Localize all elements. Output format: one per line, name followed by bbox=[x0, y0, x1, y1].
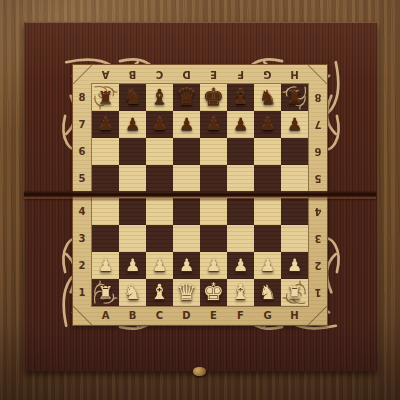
square-f1[interactable]: ♝ bbox=[227, 279, 254, 306]
board-bottom-half: ♟♟♟♟♟♟♟♟ ♜♞♝♛♚♝♞ ♜ bbox=[92, 198, 308, 306]
file-label-g: G bbox=[254, 66, 281, 82]
black-pawn-b7[interactable]: ♟ bbox=[125, 111, 140, 138]
black-rook-a8[interactable]: ♜ bbox=[97, 84, 113, 111]
white-pawn-a2[interactable]: ♟ bbox=[98, 252, 113, 279]
square-h4[interactable] bbox=[281, 198, 308, 225]
square-b1[interactable]: ♞ bbox=[119, 279, 146, 306]
file-labels-bottom: ABCDEFGH bbox=[92, 308, 308, 324]
file-label-a: A bbox=[92, 66, 119, 82]
black-king-e8[interactable]: ♚ bbox=[203, 84, 225, 111]
square-c5[interactable] bbox=[146, 165, 173, 192]
square-e1[interactable]: ♚ bbox=[200, 279, 227, 306]
rank-label-1: 1 bbox=[74, 279, 90, 306]
file-label-d: D bbox=[173, 66, 200, 82]
file-label-d: D bbox=[173, 308, 200, 324]
white-rook-a1[interactable]: ♜ bbox=[97, 279, 113, 306]
file-label-g: G bbox=[254, 308, 281, 324]
white-pawn-c2[interactable]: ♟ bbox=[152, 252, 167, 279]
white-knight-b1[interactable]: ♞ bbox=[124, 279, 142, 306]
square-a1[interactable]: ♜ bbox=[92, 279, 119, 306]
square-e6[interactable] bbox=[200, 138, 227, 165]
square-d5[interactable] bbox=[173, 165, 200, 192]
file-label-c: C bbox=[146, 66, 173, 82]
square-c4[interactable] bbox=[146, 198, 173, 225]
square-g5[interactable] bbox=[254, 165, 281, 192]
rank-label-3: 3 bbox=[74, 225, 90, 252]
frame-miter-joint bbox=[73, 306, 92, 325]
square-e3[interactable] bbox=[200, 225, 227, 252]
square-e7[interactable]: ♟ bbox=[200, 111, 227, 138]
square-f2[interactable]: ♟ bbox=[227, 252, 254, 279]
square-e2[interactable]: ♟ bbox=[200, 252, 227, 279]
rank-label-2: 2 bbox=[310, 252, 326, 279]
square-g8[interactable]: ♞ bbox=[254, 84, 281, 111]
black-knight-g8[interactable]: ♞ bbox=[259, 84, 277, 111]
black-pawn-d7[interactable]: ♟ bbox=[179, 111, 194, 138]
white-knight-g1[interactable]: ♞ bbox=[259, 279, 277, 306]
square-e8[interactable]: ♚ bbox=[200, 84, 227, 111]
square-b7[interactable]: ♟ bbox=[119, 111, 146, 138]
square-d4[interactable] bbox=[173, 198, 200, 225]
square-a3[interactable] bbox=[92, 225, 119, 252]
square-d1[interactable]: ♛ bbox=[173, 279, 200, 306]
square-h3[interactable] bbox=[281, 225, 308, 252]
square-f3[interactable] bbox=[227, 225, 254, 252]
square-d7[interactable]: ♟ bbox=[173, 111, 200, 138]
white-queen-d1[interactable]: ♛ bbox=[176, 279, 197, 306]
square-h1[interactable]: ♜ bbox=[281, 279, 308, 306]
square-d2[interactable]: ♟ bbox=[173, 252, 200, 279]
white-pawn-e2[interactable]: ♟ bbox=[206, 252, 221, 279]
square-h5[interactable] bbox=[281, 165, 308, 192]
white-pawn-d2[interactable]: ♟ bbox=[179, 252, 194, 279]
square-f4[interactable] bbox=[227, 198, 254, 225]
black-pawn-g7[interactable]: ♟ bbox=[260, 111, 275, 138]
square-g4[interactable] bbox=[254, 198, 281, 225]
file-label-c: C bbox=[146, 308, 173, 324]
frame-miter-joint bbox=[308, 306, 327, 325]
square-a7[interactable]: ♟ bbox=[92, 111, 119, 138]
square-b2[interactable]: ♟ bbox=[119, 252, 146, 279]
file-label-f: F bbox=[227, 66, 254, 82]
black-bishop-f8[interactable]: ♝ bbox=[231, 84, 250, 111]
board-top-half: ♜♞♝♛♚♝♞ ♜♟♟♟♟♟♟♟♟ bbox=[92, 84, 308, 192]
square-g1[interactable]: ♞ bbox=[254, 279, 281, 306]
square-c2[interactable]: ♟ bbox=[146, 252, 173, 279]
white-pawn-h2[interactable]: ♟ bbox=[287, 252, 302, 279]
black-rook-h8[interactable]: ♜ bbox=[286, 84, 302, 111]
square-e4[interactable] bbox=[200, 198, 227, 225]
rank-label-1: 1 bbox=[310, 279, 326, 306]
frame-miter-joint bbox=[308, 65, 327, 84]
file-label-h: H bbox=[281, 66, 308, 82]
white-king-e1[interactable]: ♚ bbox=[203, 279, 225, 306]
square-a2[interactable]: ♟ bbox=[92, 252, 119, 279]
file-labels-top: ABCDEFGH bbox=[92, 66, 308, 82]
rank-label-5: 5 bbox=[74, 165, 90, 192]
white-pawn-g2[interactable]: ♟ bbox=[260, 252, 275, 279]
square-a4[interactable] bbox=[92, 198, 119, 225]
square-e5[interactable] bbox=[200, 165, 227, 192]
file-label-f: F bbox=[227, 308, 254, 324]
black-pawn-e7[interactable]: ♟ bbox=[206, 111, 221, 138]
white-rook-h1[interactable]: ♜ bbox=[286, 279, 302, 306]
white-pawn-b2[interactable]: ♟ bbox=[125, 252, 140, 279]
brass-clasp[interactable] bbox=[193, 367, 206, 376]
black-bishop-c8[interactable]: ♝ bbox=[150, 84, 169, 111]
square-f6[interactable] bbox=[227, 138, 254, 165]
square-c8[interactable]: ♝ bbox=[146, 84, 173, 111]
square-b6[interactable] bbox=[119, 138, 146, 165]
square-c3[interactable] bbox=[146, 225, 173, 252]
black-pawn-a7[interactable]: ♟ bbox=[98, 111, 113, 138]
black-queen-d8[interactable]: ♛ bbox=[176, 84, 197, 111]
square-g7[interactable]: ♟ bbox=[254, 111, 281, 138]
rank-label-7: 7 bbox=[310, 111, 326, 138]
square-b8[interactable]: ♞ bbox=[119, 84, 146, 111]
square-f5[interactable] bbox=[227, 165, 254, 192]
square-g6[interactable] bbox=[254, 138, 281, 165]
rank-label-4: 4 bbox=[74, 198, 90, 225]
square-d3[interactable] bbox=[173, 225, 200, 252]
white-pawn-f2[interactable]: ♟ bbox=[233, 252, 248, 279]
file-label-b: B bbox=[119, 308, 146, 324]
rank-label-6: 6 bbox=[74, 138, 90, 165]
rank-label-3: 3 bbox=[310, 225, 326, 252]
square-c7[interactable]: ♟ bbox=[146, 111, 173, 138]
square-h7[interactable]: ♟ bbox=[281, 111, 308, 138]
square-a5[interactable] bbox=[92, 165, 119, 192]
file-label-e: E bbox=[200, 308, 227, 324]
square-b3[interactable] bbox=[119, 225, 146, 252]
black-pawn-f7[interactable]: ♟ bbox=[233, 111, 248, 138]
square-f7[interactable]: ♟ bbox=[227, 111, 254, 138]
rank-label-8: 8 bbox=[74, 84, 90, 111]
fold-seam bbox=[24, 191, 376, 199]
square-h2[interactable]: ♟ bbox=[281, 252, 308, 279]
rank-label-2: 2 bbox=[74, 252, 90, 279]
black-pawn-c7[interactable]: ♟ bbox=[152, 111, 167, 138]
square-c1[interactable]: ♝ bbox=[146, 279, 173, 306]
square-a6[interactable] bbox=[92, 138, 119, 165]
square-b5[interactable] bbox=[119, 165, 146, 192]
file-label-a: A bbox=[92, 308, 119, 324]
square-g2[interactable]: ♟ bbox=[254, 252, 281, 279]
square-b4[interactable] bbox=[119, 198, 146, 225]
square-f8[interactable]: ♝ bbox=[227, 84, 254, 111]
file-label-e: E bbox=[200, 66, 227, 82]
rank-label-5: 5 bbox=[310, 165, 326, 192]
file-label-h: H bbox=[281, 308, 308, 324]
frame-miter-joint bbox=[73, 65, 92, 84]
file-label-b: B bbox=[119, 66, 146, 82]
square-g3[interactable] bbox=[254, 225, 281, 252]
square-d6[interactable] bbox=[173, 138, 200, 165]
black-knight-b8[interactable]: ♞ bbox=[124, 84, 142, 111]
white-bishop-c1[interactable]: ♝ bbox=[150, 279, 169, 306]
black-pawn-h7[interactable]: ♟ bbox=[287, 111, 302, 138]
rank-label-7: 7 bbox=[74, 111, 90, 138]
square-h8[interactable]: ♜ bbox=[281, 84, 308, 111]
square-h6[interactable] bbox=[281, 138, 308, 165]
rank-label-6: 6 bbox=[310, 138, 326, 165]
white-bishop-f1[interactable]: ♝ bbox=[231, 279, 250, 306]
square-c6[interactable] bbox=[146, 138, 173, 165]
square-d8[interactable]: ♛ bbox=[173, 84, 200, 111]
rank-label-4: 4 bbox=[310, 198, 326, 225]
square-a8[interactable]: ♜ bbox=[92, 84, 119, 111]
rank-label-8: 8 bbox=[310, 84, 326, 111]
